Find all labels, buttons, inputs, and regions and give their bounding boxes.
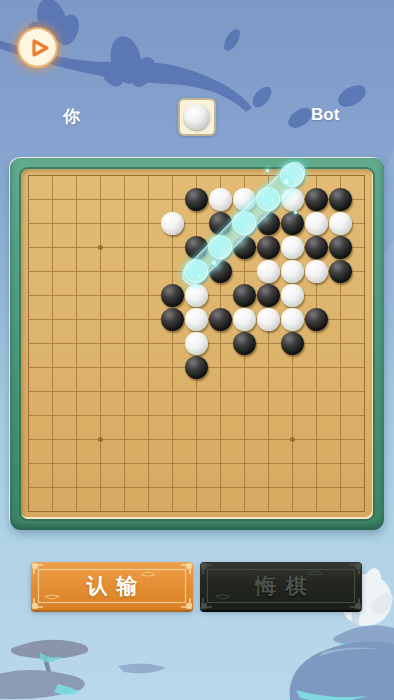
lotus-leaves-left [0, 640, 166, 699]
board-lines [28, 175, 365, 512]
star-point [290, 437, 295, 442]
win-highlight-ring [208, 235, 232, 259]
undo-button-label: 悔棋 [256, 572, 316, 600]
black-stone [257, 236, 280, 259]
game-screen: 你 Bot 认输 [0, 0, 394, 700]
black-stone [329, 236, 352, 259]
star-point [98, 245, 103, 250]
win-highlight-ring [280, 163, 304, 187]
sparkle [284, 179, 289, 184]
sparkle [294, 211, 297, 214]
sparkle [271, 199, 274, 202]
win-highlight-ring [232, 211, 256, 235]
black-stone [161, 284, 184, 307]
black-stone [185, 188, 208, 211]
white-stone [161, 212, 184, 235]
black-stone [161, 308, 184, 331]
black-stone [329, 260, 352, 283]
resign-button-label: 认输 [87, 572, 147, 600]
black-stone [305, 308, 328, 331]
white-stone [281, 308, 304, 331]
play-button[interactable] [19, 29, 56, 66]
win-highlight-ring [256, 187, 280, 211]
white-stone [185, 284, 208, 307]
white-stone-icon [184, 104, 210, 130]
resign-button[interactable]: 认输 [31, 562, 193, 610]
play-icon [23, 33, 53, 63]
black-stone [233, 284, 256, 307]
white-stone [257, 260, 280, 283]
black-stone [233, 332, 256, 355]
white-stone [305, 260, 328, 283]
white-stone [233, 308, 256, 331]
white-stone [281, 236, 304, 259]
white-stone [257, 308, 280, 331]
black-stone [329, 188, 352, 211]
player-label: 你 [63, 105, 80, 128]
star-point [98, 437, 103, 442]
sparkle [266, 169, 269, 172]
white-stone [305, 212, 328, 235]
white-stone [185, 308, 208, 331]
opponent-label: Bot [311, 105, 339, 125]
black-stone [209, 308, 232, 331]
sparkle [198, 275, 201, 278]
sparkle [212, 261, 216, 265]
undo-button[interactable]: 悔棋 [200, 562, 362, 610]
white-stone [329, 212, 352, 235]
win-highlight-ring [184, 259, 208, 283]
turn-indicator [178, 98, 216, 136]
black-stone [185, 356, 208, 379]
black-stone [305, 236, 328, 259]
black-stone [281, 332, 304, 355]
black-stone [305, 188, 328, 211]
black-stone [281, 212, 304, 235]
white-stone [185, 332, 208, 355]
white-stone [281, 260, 304, 283]
white-stone [209, 188, 232, 211]
board-frame [10, 158, 384, 530]
black-stone [257, 284, 280, 307]
board[interactable] [21, 169, 373, 519]
white-stone [281, 284, 304, 307]
